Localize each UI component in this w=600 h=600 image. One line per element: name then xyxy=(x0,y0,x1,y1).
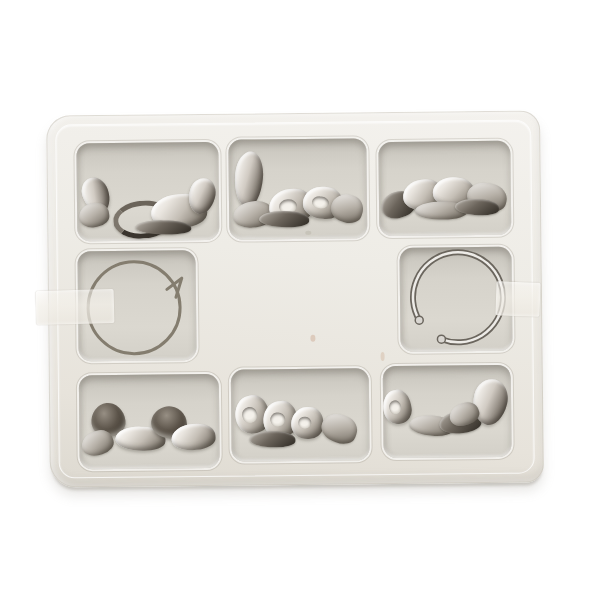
matrix-band xyxy=(259,211,309,228)
band-hole xyxy=(311,195,329,210)
compartment-bottom-right xyxy=(383,365,512,458)
matrix-band xyxy=(317,409,361,448)
tape-strip-left xyxy=(36,289,115,325)
compartment-bottom-left xyxy=(79,374,220,469)
tray-smudge xyxy=(381,352,385,361)
tray-smudge xyxy=(310,335,315,342)
ring-ball-end xyxy=(415,316,423,324)
matrix-band xyxy=(383,388,414,427)
band-hole xyxy=(298,416,312,430)
product-photo xyxy=(0,0,600,600)
plastic-tray xyxy=(46,110,544,487)
band-hole xyxy=(388,400,402,416)
matrix-band xyxy=(232,150,265,208)
compartment-bottom-center xyxy=(231,368,370,461)
compartment-top-center xyxy=(228,138,367,239)
band-hole xyxy=(270,411,286,427)
compartment-top-left xyxy=(76,142,219,241)
ring-ball-end xyxy=(437,335,445,343)
band-hole xyxy=(241,406,258,424)
polished-ring-shine xyxy=(413,252,504,343)
compartment-top-right xyxy=(378,141,511,236)
tray-smudge xyxy=(305,231,311,235)
tape-strip-right xyxy=(495,281,540,317)
matrix-band xyxy=(249,431,295,448)
matrix-band xyxy=(290,406,324,440)
